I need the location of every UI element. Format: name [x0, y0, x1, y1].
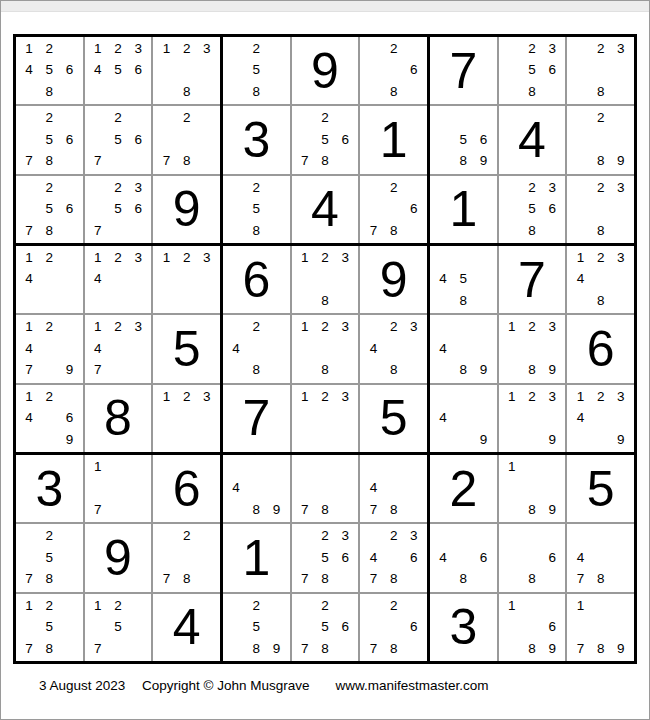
pencil-mark-slot-5: 5	[108, 616, 128, 637]
pencil-mark-slot-1: 1	[88, 247, 108, 268]
pencil-mark-slot-5	[591, 616, 611, 637]
pencil-mark-slot-8: 8	[453, 150, 473, 171]
solved-digit: 5	[153, 315, 220, 382]
pencil-mark-slot-1	[226, 316, 246, 337]
pencil-mark-slot-1: 1	[570, 247, 590, 268]
solved-digit: 8	[85, 385, 152, 452]
pencil-mark-slot-1	[226, 177, 246, 198]
cell-r9c7: 3	[430, 594, 497, 661]
pencil-mark-slot-8	[39, 429, 59, 450]
pencil-mark-slot-3	[266, 595, 286, 616]
pencil-mark-slot-7: 7	[19, 638, 39, 659]
pencil-mark-slot-3	[266, 456, 286, 477]
pencil-mark-slot-7: 7	[88, 150, 108, 171]
cell-r9c4: 2589	[223, 594, 290, 661]
pencil-marks: 25678	[295, 595, 356, 659]
pencil-mark-slot-3	[473, 247, 493, 268]
pencil-mark-slot-1: 1	[19, 247, 39, 268]
pencil-mark-slot-7	[295, 429, 315, 450]
pencil-mark-slot-6	[266, 616, 286, 637]
pencil-mark-slot-7: 7	[88, 638, 108, 659]
cell-r2c4: 3	[223, 106, 290, 173]
pencil-mark-slot-5	[522, 616, 542, 637]
pencil-mark-slot-5: 5	[522, 59, 542, 80]
cell-r8c8: 68	[499, 524, 566, 591]
pencil-marks: 2567	[88, 107, 149, 171]
cell-r7c3: 6	[153, 455, 220, 522]
pencil-mark-slot-9	[473, 290, 493, 311]
pencil-mark-slot-6	[197, 547, 217, 568]
pencil-marks: 1238	[295, 247, 356, 311]
pencil-mark-slot-4	[502, 198, 522, 219]
pencil-mark-slot-2: 2	[591, 107, 611, 128]
pencil-mark-slot-9	[335, 150, 355, 171]
pencil-mark-slot-7: 7	[570, 568, 590, 589]
pencil-mark-slot-2	[453, 247, 473, 268]
pencil-mark-slot-2: 2	[39, 316, 59, 337]
pencil-mark-slot-3	[128, 595, 148, 616]
pencil-mark-slot-6	[128, 268, 148, 289]
pencil-mark-slot-2: 2	[39, 247, 59, 268]
pencil-mark-slot-9: 9	[542, 638, 562, 659]
pencil-marks: 123	[156, 247, 217, 311]
pencil-mark-slot-2: 2	[591, 38, 611, 59]
pencil-mark-slot-6	[611, 616, 631, 637]
pencil-mark-slot-9	[59, 81, 79, 102]
pencil-mark-slot-3	[59, 316, 79, 337]
pencil-mark-slot-9	[197, 81, 217, 102]
pencil-mark-slot-2: 2	[522, 177, 542, 198]
pencil-mark-slot-9	[128, 220, 148, 241]
pencil-mark-slot-8: 8	[246, 638, 266, 659]
cell-r3c6: 2678	[360, 176, 427, 243]
pencil-mark-slot-4: 4	[570, 268, 590, 289]
pencil-mark-slot-2	[453, 525, 473, 546]
box-5: 6123892481238234871235	[223, 246, 427, 452]
pencil-mark-slot-2: 2	[315, 386, 335, 407]
pencil-mark-slot-7	[502, 429, 522, 450]
pencil-mark-slot-3: 3	[611, 177, 631, 198]
pencil-mark-slot-4: 4	[19, 268, 39, 289]
pencil-mark-slot-4	[226, 59, 246, 80]
cell-r4c8: 7	[499, 246, 566, 313]
pencil-mark-slot-4	[502, 338, 522, 359]
cell-r3c2: 23567	[85, 176, 152, 243]
pencil-mark-slot-3: 3	[404, 316, 424, 337]
pencil-marks: 123	[295, 386, 356, 450]
pencil-mark-slot-4	[502, 616, 522, 637]
pencil-mark-slot-6	[611, 129, 631, 150]
pencil-mark-slot-1: 1	[295, 247, 315, 268]
pencil-mark-slot-6: 6	[335, 129, 355, 150]
pencil-mark-slot-5: 5	[246, 59, 266, 80]
pencil-mark-slot-9	[335, 568, 355, 589]
page-top-strip	[1, 1, 649, 12]
pencil-mark-slot-1	[295, 456, 315, 477]
pencil-mark-slot-4: 4	[19, 338, 39, 359]
pencil-mark-slot-3	[473, 525, 493, 546]
pencil-mark-slot-3	[611, 595, 631, 616]
pencil-marks: 238	[570, 177, 631, 241]
pencil-marks: 123456	[88, 38, 149, 102]
pencil-mark-slot-2: 2	[108, 316, 128, 337]
pencil-mark-slot-7: 7	[363, 568, 383, 589]
pencil-mark-slot-3: 3	[542, 386, 562, 407]
pencil-mark-slot-9: 9	[473, 359, 493, 380]
pencil-mark-slot-8: 8	[384, 220, 404, 241]
cell-r1c6: 268	[360, 37, 427, 104]
pencil-mark-slot-9	[611, 568, 631, 589]
cell-r7c5: 78	[292, 455, 359, 522]
pencil-mark-slot-5	[591, 59, 611, 80]
pencil-mark-slot-7: 7	[295, 568, 315, 589]
pencil-marks: 2678	[363, 595, 424, 659]
pencil-mark-slot-6	[611, 59, 631, 80]
pencil-mark-slot-6: 6	[404, 198, 424, 219]
pencil-mark-slot-2: 2	[522, 38, 542, 59]
cell-r9c2: 1257	[85, 594, 152, 661]
pencil-mark-slot-5	[177, 59, 197, 80]
pencil-mark-slot-4	[363, 616, 383, 637]
pencil-mark-slot-8	[591, 429, 611, 450]
cell-r6c9: 12349	[567, 385, 634, 452]
pencil-mark-slot-6	[542, 477, 562, 498]
pencil-mark-slot-5	[384, 616, 404, 637]
pencil-mark-slot-7	[570, 150, 590, 171]
cell-r4c6: 9	[360, 246, 427, 313]
cell-r2c2: 2567	[85, 106, 152, 173]
pencil-mark-slot-5	[384, 198, 404, 219]
pencil-mark-slot-4: 4	[570, 407, 590, 428]
pencil-mark-slot-6	[611, 268, 631, 289]
footer-url: www.manifestmaster.com	[335, 678, 488, 693]
pencil-mark-slot-8: 8	[39, 638, 59, 659]
cell-r8c2: 9	[85, 524, 152, 591]
solved-digit: 6	[153, 455, 220, 522]
pencil-mark-slot-9: 9	[59, 359, 79, 380]
pencil-mark-slot-2	[315, 456, 335, 477]
pencil-mark-slot-7: 7	[156, 568, 176, 589]
pencil-mark-slot-3	[473, 386, 493, 407]
pencil-mark-slot-3: 3	[542, 177, 562, 198]
pencil-mark-slot-8: 8	[39, 220, 59, 241]
pencil-mark-slot-6: 6	[542, 59, 562, 80]
pencil-marks: 123	[156, 386, 217, 450]
pencil-mark-slot-6	[335, 477, 355, 498]
pencil-mark-slot-8: 8	[315, 290, 335, 311]
pencil-mark-slot-5	[177, 547, 197, 568]
solved-digit: 3	[16, 455, 83, 522]
pencil-mark-slot-7	[570, 81, 590, 102]
pencil-mark-slot-4: 4	[363, 477, 383, 498]
pencil-mark-slot-4	[502, 59, 522, 80]
pencil-mark-slot-8: 8	[522, 568, 542, 589]
pencil-mark-slot-6	[197, 268, 217, 289]
pencil-mark-slot-8	[108, 290, 128, 311]
pencil-mark-slot-7: 7	[19, 150, 39, 171]
pencil-mark-slot-8	[177, 429, 197, 450]
pencil-mark-slot-7	[570, 429, 590, 450]
pencil-marks: 124	[19, 247, 80, 311]
pencil-mark-slot-2: 2	[108, 38, 128, 59]
pencil-mark-slot-9: 9	[611, 429, 631, 450]
pencil-mark-slot-1	[19, 177, 39, 198]
pencil-mark-slot-3: 3	[197, 386, 217, 407]
pencil-mark-slot-2: 2	[315, 107, 335, 128]
pencil-mark-slot-5	[177, 407, 197, 428]
pencil-mark-slot-3: 3	[128, 177, 148, 198]
solved-digit: 6	[223, 246, 290, 313]
cell-r1c8: 23568	[499, 37, 566, 104]
solved-digit: 7	[430, 37, 497, 104]
cell-r8c6: 234678	[360, 524, 427, 591]
pencil-mark-slot-7	[226, 81, 246, 102]
pencil-mark-slot-9: 9	[542, 359, 562, 380]
pencil-mark-slot-4	[570, 129, 590, 150]
pencil-mark-slot-9	[542, 568, 562, 589]
cell-r8c5: 235678	[292, 524, 359, 591]
pencil-mark-slot-1	[226, 38, 246, 59]
pencil-mark-slot-1: 1	[156, 247, 176, 268]
pencil-marks: 278	[156, 525, 217, 589]
pencil-mark-slot-5	[177, 268, 197, 289]
pencil-marks: 2589	[226, 595, 287, 659]
pencil-marks: 458	[433, 247, 494, 311]
pencil-mark-slot-3	[404, 177, 424, 198]
pencil-mark-slot-2	[591, 525, 611, 546]
pencil-mark-slot-5	[384, 547, 404, 568]
box-8: 4897847812356782346782589256782678	[223, 455, 427, 661]
pencil-mark-slot-9: 9	[611, 638, 631, 659]
pencil-mark-slot-3	[542, 595, 562, 616]
pencil-mark-slot-4: 4	[226, 338, 246, 359]
pencil-mark-slot-8: 8	[522, 499, 542, 520]
pencil-marks: 1257	[88, 595, 149, 659]
box-7: 3176257892781257812574	[16, 455, 220, 661]
pencil-mark-slot-3: 3	[335, 247, 355, 268]
cell-r4c9: 12348	[567, 246, 634, 313]
solved-digit: 5	[567, 455, 634, 522]
solved-digit: 3	[223, 106, 290, 173]
pencil-mark-slot-2: 2	[39, 107, 59, 128]
pencil-marks: 189	[502, 456, 563, 520]
pencil-mark-slot-4: 4	[88, 268, 108, 289]
pencil-marks: 1239	[502, 386, 563, 450]
pencil-mark-slot-9	[128, 359, 148, 380]
solved-digit: 2	[430, 455, 497, 522]
pencil-mark-slot-2: 2	[39, 525, 59, 546]
cell-r1c1: 124568	[16, 37, 83, 104]
cell-r1c4: 258	[223, 37, 290, 104]
pencil-mark-slot-6: 6	[473, 547, 493, 568]
pencil-mark-slot-2: 2	[177, 38, 197, 59]
pencil-mark-slot-6	[611, 547, 631, 568]
pencil-mark-slot-1: 1	[502, 595, 522, 616]
pencil-mark-slot-9	[197, 290, 217, 311]
pencil-mark-slot-9	[404, 638, 424, 659]
pencil-mark-slot-8: 8	[39, 81, 59, 102]
pencil-mark-slot-6: 6	[404, 547, 424, 568]
cell-r1c2: 123456	[85, 37, 152, 104]
pencil-mark-slot-5: 5	[108, 198, 128, 219]
pencil-marks: 1238	[295, 316, 356, 380]
pencil-mark-slot-6: 6	[473, 129, 493, 150]
pencil-mark-slot-4	[19, 616, 39, 637]
pencil-mark-slot-5	[522, 477, 542, 498]
cell-r9c6: 2678	[360, 594, 427, 661]
pencil-mark-slot-9	[404, 568, 424, 589]
pencil-marks: 23567	[88, 177, 149, 241]
pencil-mark-slot-7	[433, 290, 453, 311]
pencil-mark-slot-7	[226, 359, 246, 380]
pencil-mark-slot-8: 8	[453, 290, 473, 311]
box-1: 124568123456123825678256727825678235679	[16, 37, 220, 243]
pencil-mark-slot-6: 6	[404, 59, 424, 80]
pencil-mark-slot-5	[591, 198, 611, 219]
pencil-mark-slot-5: 5	[39, 616, 59, 637]
cell-r1c7: 7	[430, 37, 497, 104]
pencil-mark-slot-1	[570, 107, 590, 128]
pencil-mark-slot-8	[522, 429, 542, 450]
pencil-mark-slot-5: 5	[453, 268, 473, 289]
pencil-mark-slot-1	[295, 107, 315, 128]
pencil-mark-slot-7	[502, 568, 522, 589]
pencil-mark-slot-9	[542, 81, 562, 102]
pencil-mark-slot-3	[266, 177, 286, 198]
pencil-mark-slot-5	[384, 59, 404, 80]
pencil-mark-slot-4	[19, 129, 39, 150]
pencil-mark-slot-2: 2	[384, 525, 404, 546]
pencil-mark-slot-9	[404, 220, 424, 241]
pencil-mark-slot-4: 4	[363, 547, 383, 568]
pencil-marks: 268	[363, 38, 424, 102]
cell-r3c3: 9	[153, 176, 220, 243]
pencil-mark-slot-1	[19, 107, 39, 128]
pencil-mark-slot-8: 8	[591, 568, 611, 589]
pencil-mark-slot-1	[433, 525, 453, 546]
pencil-marks: 234678	[363, 525, 424, 589]
pencil-mark-slot-1	[226, 456, 246, 477]
pencil-mark-slot-3: 3	[542, 316, 562, 337]
pencil-mark-slot-8: 8	[591, 290, 611, 311]
pencil-mark-slot-7	[88, 81, 108, 102]
pencil-marks: 248	[226, 316, 287, 380]
pencil-mark-slot-9	[335, 290, 355, 311]
pencil-mark-slot-9	[197, 429, 217, 450]
pencil-mark-slot-7	[88, 290, 108, 311]
solved-digit: 9	[292, 37, 359, 104]
pencil-mark-slot-7	[502, 499, 522, 520]
pencil-mark-slot-3: 3	[128, 38, 148, 59]
pencil-mark-slot-1	[88, 107, 108, 128]
pencil-mark-slot-7: 7	[363, 638, 383, 659]
pencil-mark-slot-2	[453, 107, 473, 128]
pencil-mark-slot-3	[59, 525, 79, 546]
pencil-marks: 238	[570, 38, 631, 102]
pencil-mark-slot-6	[128, 338, 148, 359]
pencil-mark-slot-5: 5	[39, 129, 59, 150]
pencil-marks: 68	[502, 525, 563, 589]
pencil-mark-slot-7	[156, 429, 176, 450]
pencil-marks: 1238	[156, 38, 217, 102]
pencil-mark-slot-5	[591, 547, 611, 568]
pencil-mark-slot-4: 4	[570, 547, 590, 568]
cell-r7c1: 3	[16, 455, 83, 522]
pencil-mark-slot-7: 7	[19, 568, 39, 589]
pencil-marks: 1234	[88, 247, 149, 311]
pencil-mark-slot-6	[266, 477, 286, 498]
pencil-mark-slot-7	[295, 359, 315, 380]
pencil-mark-slot-4	[295, 547, 315, 568]
cell-r8c3: 278	[153, 524, 220, 591]
pencil-mark-slot-3: 3	[335, 386, 355, 407]
pencil-mark-slot-9	[335, 429, 355, 450]
pencil-mark-slot-5	[39, 338, 59, 359]
pencil-mark-slot-4	[19, 198, 39, 219]
pencil-mark-slot-7	[433, 359, 453, 380]
pencil-mark-slot-2	[591, 595, 611, 616]
pencil-mark-slot-4	[19, 547, 39, 568]
cell-r7c8: 189	[499, 455, 566, 522]
pencil-mark-slot-6	[404, 477, 424, 498]
pencil-mark-slot-3: 3	[335, 525, 355, 546]
solved-digit: 9	[153, 176, 220, 243]
pencil-mark-slot-7	[433, 429, 453, 450]
pencil-mark-slot-6	[59, 268, 79, 289]
cell-r5c4: 248	[223, 315, 290, 382]
pencil-mark-slot-9	[197, 568, 217, 589]
pencil-mark-slot-8: 8	[246, 359, 266, 380]
pencil-mark-slot-7	[502, 359, 522, 380]
pencil-mark-slot-2: 2	[315, 595, 335, 616]
pencil-mark-slot-3	[473, 107, 493, 128]
pencil-mark-slot-9	[59, 568, 79, 589]
pencil-mark-slot-3	[542, 525, 562, 546]
pencil-mark-slot-5	[591, 268, 611, 289]
pencil-mark-slot-2: 2	[108, 177, 128, 198]
pencil-mark-slot-6: 6	[128, 198, 148, 219]
pencil-mark-slot-4	[156, 268, 176, 289]
pencil-mark-slot-5: 5	[246, 198, 266, 219]
pencil-mark-slot-5: 5	[246, 616, 266, 637]
pencil-mark-slot-6: 6	[59, 129, 79, 150]
cell-r4c3: 123	[153, 246, 220, 313]
pencil-mark-slot-4: 4	[19, 407, 39, 428]
pencil-mark-slot-8: 8	[384, 499, 404, 520]
pencil-mark-slot-8: 8	[384, 359, 404, 380]
box-2: 2589268325678125842678	[223, 37, 427, 243]
cell-r7c4: 489	[223, 455, 290, 522]
pencil-mark-slot-4	[570, 59, 590, 80]
pencil-mark-slot-3	[404, 38, 424, 59]
pencil-mark-slot-1	[88, 177, 108, 198]
pencil-mark-slot-8: 8	[315, 638, 335, 659]
solved-digit: 9	[360, 246, 427, 313]
sudoku-board: 1245681234561238256782567278256782356792…	[13, 34, 637, 664]
pencil-mark-slot-7	[433, 150, 453, 171]
pencil-mark-slot-1	[156, 107, 176, 128]
pencil-mark-slot-3	[59, 247, 79, 268]
pencil-mark-slot-6	[59, 547, 79, 568]
cell-r2c1: 25678	[16, 106, 83, 173]
pencil-mark-slot-8	[108, 81, 128, 102]
pencil-mark-slot-1: 1	[88, 38, 108, 59]
pencil-mark-slot-2	[384, 456, 404, 477]
pencil-mark-slot-3	[335, 595, 355, 616]
pencil-mark-slot-8	[315, 429, 335, 450]
solved-digit: 1	[430, 176, 497, 243]
pencil-mark-slot-8: 8	[177, 568, 197, 589]
